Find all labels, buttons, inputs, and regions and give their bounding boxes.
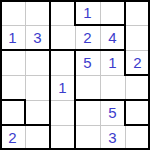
cell-r3c3[interactable] [75, 75, 100, 100]
cell-r5c0: 2 [0, 125, 25, 150]
cell-r0c4[interactable] [100, 0, 125, 25]
cell-r0c5[interactable] [125, 0, 150, 25]
cell-r2c3: 5 [75, 50, 100, 75]
cell-r4c4: 5 [100, 100, 125, 125]
cell-r5c4: 3 [100, 125, 125, 150]
cell-r0c3: 1 [75, 0, 100, 25]
cell-r5c1[interactable] [25, 125, 50, 150]
cell-r1c5[interactable] [125, 25, 150, 50]
suguru-board: 113245121523 [0, 0, 150, 150]
cell-r0c1[interactable] [25, 0, 50, 25]
cell-r5c2[interactable] [50, 125, 75, 150]
cell-r3c4[interactable] [100, 75, 125, 100]
cell-r4c3[interactable] [75, 100, 100, 125]
cell-r0c0[interactable] [0, 0, 25, 25]
cell-r3c0[interactable] [0, 75, 25, 100]
cell-r4c1[interactable] [25, 100, 50, 125]
cell-r5c3[interactable] [75, 125, 100, 150]
cell-r3c5[interactable] [125, 75, 150, 100]
cell-r1c2[interactable] [50, 25, 75, 50]
cell-r3c1[interactable] [25, 75, 50, 100]
cell-r1c4: 4 [100, 25, 125, 50]
cell-r2c0[interactable] [0, 50, 25, 75]
cell-r2c5: 2 [125, 50, 150, 75]
cell-r2c4: 1 [100, 50, 125, 75]
cell-r5c5[interactable] [125, 125, 150, 150]
cell-r0c2[interactable] [50, 0, 75, 25]
cell-r1c3: 2 [75, 25, 100, 50]
cell-r1c0: 1 [0, 25, 25, 50]
cell-r4c2[interactable] [50, 100, 75, 125]
cell-r3c2: 1 [50, 75, 75, 100]
cell-r2c2[interactable] [50, 50, 75, 75]
cell-r2c1[interactable] [25, 50, 50, 75]
cell-r1c1: 3 [25, 25, 50, 50]
cell-r4c5[interactable] [125, 100, 150, 125]
cell-r4c0[interactable] [0, 100, 25, 125]
